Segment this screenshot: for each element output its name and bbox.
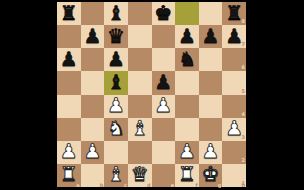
- white-pawn[interactable]: ♟: [178, 141, 196, 161]
- square-f1[interactable]: ♜f: [175, 164, 199, 187]
- square-h7[interactable]: ♟7: [222, 25, 246, 48]
- square-h6[interactable]: 6: [222, 48, 246, 71]
- square-g2[interactable]: ♟: [199, 141, 223, 164]
- square-e7[interactable]: [152, 25, 176, 48]
- square-d7[interactable]: [128, 25, 152, 48]
- square-d5[interactable]: [128, 71, 152, 94]
- square-h3[interactable]: ♟3: [222, 118, 246, 141]
- white-queen[interactable]: ♛: [131, 164, 149, 184]
- square-a2[interactable]: ♟: [57, 141, 81, 164]
- square-a8[interactable]: ♜: [57, 2, 81, 25]
- black-pawn[interactable]: ♟: [83, 26, 101, 46]
- rank-label: 5: [242, 89, 245, 94]
- square-h8[interactable]: ♜8: [222, 2, 246, 25]
- square-g1[interactable]: ♚g: [199, 164, 223, 187]
- square-f3[interactable]: [175, 118, 199, 141]
- black-pawn[interactable]: ♟: [107, 49, 125, 69]
- square-a4[interactable]: [57, 95, 81, 118]
- square-a5[interactable]: [57, 71, 81, 94]
- square-e3[interactable]: [152, 118, 176, 141]
- square-h2[interactable]: 2: [222, 141, 246, 164]
- square-c1[interactable]: ♝c: [104, 164, 128, 187]
- square-b6[interactable]: [81, 48, 105, 71]
- square-h5[interactable]: 5: [222, 71, 246, 94]
- square-f6[interactable]: ♞: [175, 48, 199, 71]
- rank-label: 6: [242, 65, 245, 70]
- square-f5[interactable]: [175, 71, 199, 94]
- black-knight[interactable]: ♞: [178, 49, 196, 69]
- white-pawn[interactable]: ♟: [83, 141, 101, 161]
- black-queen[interactable]: ♛: [107, 26, 125, 46]
- white-rook[interactable]: ♜: [178, 164, 196, 184]
- square-e8[interactable]: ♚: [152, 2, 176, 25]
- square-a1[interactable]: ♜a: [57, 164, 81, 187]
- black-bishop[interactable]: ♝: [107, 72, 125, 92]
- black-pawn[interactable]: ♟: [225, 26, 243, 46]
- square-a7[interactable]: [57, 25, 81, 48]
- square-d2[interactable]: [128, 141, 152, 164]
- square-c6[interactable]: ♟: [104, 48, 128, 71]
- square-g7[interactable]: ♟: [199, 25, 223, 48]
- square-c8[interactable]: ♝: [104, 2, 128, 25]
- white-knight[interactable]: ♞: [107, 118, 125, 138]
- white-pawn[interactable]: ♟: [154, 95, 172, 115]
- square-f4[interactable]: [175, 95, 199, 118]
- square-a6[interactable]: ♟: [57, 48, 81, 71]
- square-c3[interactable]: ♞: [104, 118, 128, 141]
- square-c7[interactable]: ♛: [104, 25, 128, 48]
- letterbox-left: [0, 0, 57, 190]
- square-g4[interactable]: [199, 95, 223, 118]
- square-b3[interactable]: [81, 118, 105, 141]
- black-bishop[interactable]: ♝: [107, 3, 125, 23]
- rank-label: 2: [242, 158, 245, 163]
- square-b8[interactable]: [81, 2, 105, 25]
- square-e6[interactable]: [152, 48, 176, 71]
- square-a3[interactable]: [57, 118, 81, 141]
- white-bishop[interactable]: ♝: [131, 118, 149, 138]
- square-c2[interactable]: [104, 141, 128, 164]
- square-c4[interactable]: ♟: [104, 95, 128, 118]
- white-pawn[interactable]: ♟: [107, 95, 125, 115]
- square-e2[interactable]: [152, 141, 176, 164]
- black-pawn[interactable]: ♟: [202, 26, 220, 46]
- square-b7[interactable]: ♟: [81, 25, 105, 48]
- square-b2[interactable]: ♟: [81, 141, 105, 164]
- chess-board[interactable]: ♜♝♚♜8♟♛♟♟♟7♟♟♞6♝♟5♟♟4♞♝♟3♟♟♟♟2♜ab♝c♛de♜f…: [57, 2, 246, 187]
- file-label: h: [241, 183, 245, 188]
- square-g5[interactable]: [199, 71, 223, 94]
- white-pawn[interactable]: ♟: [225, 118, 243, 138]
- square-e5[interactable]: ♟: [152, 71, 176, 94]
- square-h4[interactable]: 4: [222, 95, 246, 118]
- square-f8[interactable]: [175, 2, 199, 25]
- square-b4[interactable]: [81, 95, 105, 118]
- square-f2[interactable]: ♟: [175, 141, 199, 164]
- square-e1[interactable]: e: [152, 164, 176, 187]
- square-e4[interactable]: ♟: [152, 95, 176, 118]
- white-rook[interactable]: ♜: [60, 164, 78, 184]
- white-pawn[interactable]: ♟: [202, 141, 220, 161]
- black-pawn[interactable]: ♟: [178, 26, 196, 46]
- file-label: e: [171, 183, 174, 188]
- black-rook[interactable]: ♜: [60, 3, 78, 23]
- square-h1[interactable]: 1h: [222, 164, 246, 187]
- square-d6[interactable]: [128, 48, 152, 71]
- square-c5[interactable]: ♝: [104, 71, 128, 94]
- square-d3[interactable]: ♝: [128, 118, 152, 141]
- black-king[interactable]: ♚: [154, 3, 172, 23]
- white-pawn[interactable]: ♟: [60, 141, 78, 161]
- file-label: b: [100, 183, 104, 188]
- square-g8[interactable]: [199, 2, 223, 25]
- square-g3[interactable]: [199, 118, 223, 141]
- white-bishop[interactable]: ♝: [107, 164, 125, 184]
- black-rook[interactable]: ♜: [225, 3, 243, 23]
- chess-app-stage: ♜♝♚♜8♟♛♟♟♟7♟♟♞6♝♟5♟♟4♞♝♟3♟♟♟♟2♜ab♝c♛de♜f…: [0, 0, 304, 190]
- square-d1[interactable]: ♛d: [128, 164, 152, 187]
- square-f7[interactable]: ♟: [175, 25, 199, 48]
- black-pawn[interactable]: ♟: [60, 49, 78, 69]
- square-d4[interactable]: [128, 95, 152, 118]
- rank-label: 1: [242, 181, 245, 186]
- square-g6[interactable]: [199, 48, 223, 71]
- black-pawn[interactable]: ♟: [154, 72, 172, 92]
- square-b5[interactable]: [81, 71, 105, 94]
- square-b1[interactable]: b: [81, 164, 105, 187]
- square-d8[interactable]: [128, 2, 152, 25]
- white-king[interactable]: ♚: [202, 164, 220, 184]
- letterbox-right: [246, 0, 304, 190]
